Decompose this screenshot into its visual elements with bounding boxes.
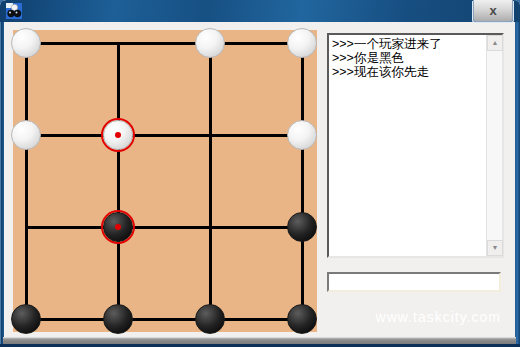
grid-line-vertical — [209, 42, 212, 321]
game-window: x >>>一个玩家进来了 >>>你是黑色 >>>现在该你先走 ▲ ▼ www.t… — [0, 0, 520, 347]
white-stone[interactable] — [11, 120, 41, 150]
title-bar[interactable]: x — [0, 0, 520, 22]
white-stone[interactable] — [287, 120, 317, 150]
chat-messages: >>>一个玩家进来了 >>>你是黑色 >>>现在该你先走 — [329, 35, 486, 256]
grid-line-vertical — [301, 42, 304, 321]
grid-line-horizontal — [25, 134, 304, 137]
grid-line-vertical — [117, 42, 120, 321]
chat-input[interactable] — [327, 272, 501, 292]
white-stone-highlighted[interactable] — [103, 120, 133, 150]
white-stone[interactable] — [11, 28, 41, 58]
white-stone[interactable] — [287, 28, 317, 58]
scroll-up-icon[interactable]: ▲ — [487, 35, 503, 51]
watermark-text: www.taskcity.com — [376, 309, 501, 325]
window-border-left — [0, 0, 4, 347]
grid-line-horizontal — [25, 226, 304, 229]
game-board[interactable] — [13, 30, 317, 332]
chat-message: >>>现在该你先走 — [332, 65, 485, 79]
black-stone[interactable] — [11, 304, 41, 334]
grid-line-horizontal — [25, 318, 304, 321]
app-icon — [6, 3, 22, 19]
window-border-bottom — [3, 337, 516, 344]
grid-line-horizontal — [25, 42, 304, 45]
black-stone[interactable] — [103, 304, 133, 334]
black-stone[interactable] — [287, 212, 317, 242]
black-stone[interactable] — [287, 304, 317, 334]
chat-message: >>>你是黑色 — [332, 51, 485, 65]
white-stone[interactable] — [195, 28, 225, 58]
black-stone-highlighted[interactable] — [103, 212, 133, 242]
scroll-down-icon[interactable]: ▼ — [487, 240, 503, 256]
grid-line-vertical — [25, 42, 28, 321]
black-stone[interactable] — [195, 304, 225, 334]
window-border-right — [515, 0, 520, 347]
chat-message: >>>一个玩家进来了 — [332, 37, 485, 51]
close-button[interactable]: x — [473, 0, 513, 22]
chat-scrollbar[interactable]: ▲ ▼ — [486, 35, 502, 256]
chat-log[interactable]: >>>一个玩家进来了 >>>你是黑色 >>>现在该你先走 ▲ ▼ — [327, 33, 504, 258]
